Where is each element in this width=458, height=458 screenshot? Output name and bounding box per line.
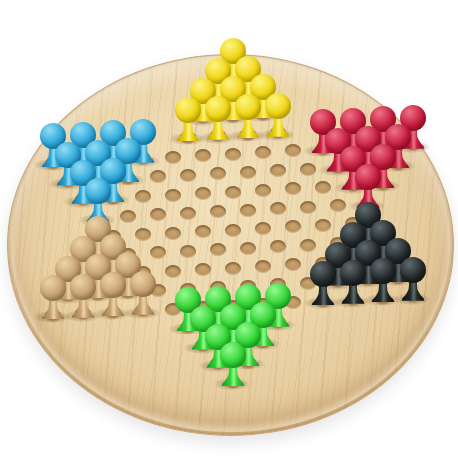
peg-natural[interactable] (129, 271, 157, 315)
peg-head (40, 275, 66, 301)
peg-head (355, 164, 381, 190)
board-hole[interactable] (270, 164, 286, 177)
board-hole[interactable] (225, 186, 241, 199)
peg-yellow[interactable] (204, 96, 232, 140)
board-hole[interactable] (150, 170, 166, 183)
peg-head (400, 257, 426, 283)
board-hole[interactable] (285, 258, 301, 271)
board-hole[interactable] (300, 163, 316, 176)
peg-head (340, 260, 366, 286)
peg-head (175, 97, 201, 123)
board-hole[interactable] (150, 208, 166, 221)
board-hole[interactable] (150, 246, 166, 259)
board-hole[interactable] (300, 239, 316, 252)
peg-black[interactable] (339, 260, 367, 304)
board-hole[interactable] (240, 242, 256, 255)
peg-head (130, 271, 156, 297)
peg-black[interactable] (309, 261, 337, 305)
peg-head (85, 178, 111, 204)
board-hole[interactable] (195, 263, 211, 276)
board-hole[interactable] (270, 202, 286, 215)
board-hole[interactable] (240, 166, 256, 179)
board-hole[interactable] (315, 219, 331, 232)
peg-head (265, 93, 291, 119)
board-hole[interactable] (225, 148, 241, 161)
peg-yellow[interactable] (234, 94, 262, 138)
peg-black[interactable] (369, 258, 397, 302)
board-hole[interactable] (165, 189, 181, 202)
peg-natural[interactable] (99, 272, 127, 316)
board-hole[interactable] (255, 222, 271, 235)
board-hole[interactable] (240, 204, 256, 217)
peg-head (100, 272, 126, 298)
board-hole[interactable] (195, 149, 211, 162)
board-hole[interactable] (225, 262, 241, 275)
board-hole[interactable] (165, 265, 181, 278)
peg-head (235, 94, 261, 120)
board-hole[interactable] (135, 190, 151, 203)
peg-black[interactable] (399, 257, 427, 301)
peg-yellow[interactable] (264, 93, 292, 137)
board-hole[interactable] (135, 228, 151, 241)
peg-head (310, 261, 336, 287)
peg-head (70, 274, 96, 300)
board-hole[interactable] (195, 187, 211, 200)
board-hole[interactable] (285, 144, 301, 157)
board-hole[interactable] (195, 225, 211, 238)
photo-canvas (0, 0, 458, 458)
board-hole[interactable] (120, 210, 136, 223)
board-hole[interactable] (180, 245, 196, 258)
star-grid (0, 0, 458, 458)
board-hole[interactable] (165, 151, 181, 164)
board-hole[interactable] (270, 240, 286, 253)
board-hole[interactable] (225, 224, 241, 237)
board-hole[interactable] (285, 182, 301, 195)
board-hole[interactable] (285, 220, 301, 233)
board-hole[interactable] (255, 260, 271, 273)
board-hole[interactable] (210, 205, 226, 218)
board-hole[interactable] (255, 146, 271, 159)
board-hole[interactable] (300, 201, 316, 214)
peg-natural[interactable] (39, 275, 67, 319)
peg-green[interactable] (219, 342, 247, 386)
board-hole[interactable] (180, 169, 196, 182)
board-hole[interactable] (210, 243, 226, 256)
peg-head (205, 96, 231, 122)
peg-natural[interactable] (69, 274, 97, 318)
board-hole[interactable] (165, 227, 181, 240)
peg-head (370, 258, 396, 284)
board-hole[interactable] (210, 167, 226, 180)
board-hole[interactable] (330, 199, 346, 212)
board-hole[interactable] (180, 207, 196, 220)
peg-head (220, 342, 246, 368)
board-hole[interactable] (255, 184, 271, 197)
peg-yellow[interactable] (174, 97, 202, 141)
board-hole[interactable] (315, 181, 331, 194)
